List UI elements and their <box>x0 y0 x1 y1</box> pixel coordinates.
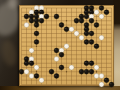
black-stone-0-16 <box>99 6 104 11</box>
white-stone-4-1 <box>24 23 29 28</box>
white-stone-5-10 <box>69 27 74 32</box>
black-stone-13-2 <box>29 61 34 66</box>
black-stone-16-7 <box>54 74 59 79</box>
white-stone-15-1 <box>24 69 29 74</box>
stone-highlight <box>90 19 91 20</box>
white-stone-2-16 <box>99 14 104 19</box>
stone-highlight <box>80 36 81 37</box>
white-stone-6-11 <box>74 31 79 36</box>
stone-highlight <box>30 49 31 50</box>
star-point <box>36 46 37 47</box>
stone-highlight <box>35 41 36 42</box>
stone-highlight <box>30 62 31 63</box>
stone-highlight <box>40 79 41 80</box>
white-stone-16-15 <box>94 74 99 79</box>
stone-highlight <box>105 11 106 12</box>
black-stone-17-17 <box>104 78 109 83</box>
stone-highlight <box>90 11 91 12</box>
white-stone-16-2 <box>29 74 34 79</box>
black-stone-15-0 <box>19 69 24 74</box>
stone-highlight <box>85 41 86 42</box>
stone-highlight <box>35 32 36 33</box>
stone-highlight <box>55 75 56 76</box>
star-point <box>36 71 37 72</box>
board-grid-and-stones[interactable] <box>0 0 120 90</box>
stone-highlight <box>60 66 61 67</box>
stone-highlight <box>90 62 91 63</box>
black-stone-8-14 <box>89 40 94 45</box>
stone-highlight <box>65 45 66 46</box>
stone-highlight <box>85 7 86 8</box>
stone-highlight <box>95 24 96 25</box>
stone-highlight <box>50 70 51 71</box>
black-stone-3-2 <box>29 18 34 23</box>
stone-highlight <box>85 32 86 33</box>
black-stone-15-6 <box>49 69 54 74</box>
stone-highlight <box>55 15 56 16</box>
stone-highlight <box>70 66 71 67</box>
stone-highlight <box>30 75 31 76</box>
black-stone-3-11 <box>74 18 79 23</box>
stone-highlight <box>35 75 36 76</box>
stone-highlight <box>55 49 56 50</box>
stone-highlight <box>65 28 66 29</box>
black-stone-9-15 <box>94 44 99 49</box>
stone-highlight <box>25 58 26 59</box>
black-stone-16-3 <box>34 74 39 79</box>
black-stone-6-3 <box>34 31 39 36</box>
stone-highlight <box>90 70 91 71</box>
stone-highlight <box>60 24 61 25</box>
stone-highlight <box>90 7 91 8</box>
black-stone-18-18 <box>109 82 114 87</box>
black-stone-2-7 <box>54 14 59 19</box>
stone-highlight <box>110 83 111 84</box>
game-screenshot <box>0 0 120 90</box>
black-stone-11-8 <box>59 52 64 57</box>
stone-highlight <box>40 19 41 20</box>
black-stone-4-15 <box>94 23 99 28</box>
stone-highlight <box>25 24 26 25</box>
stone-highlight <box>85 28 86 29</box>
stone-highlight <box>85 70 86 71</box>
black-stone-6-14 <box>89 31 94 36</box>
stone-highlight <box>75 19 76 20</box>
black-stone-3-12 <box>79 18 84 23</box>
stone-highlight <box>40 7 41 8</box>
stone-highlight <box>30 58 31 59</box>
stone-highlight <box>45 15 46 16</box>
stone-highlight <box>90 15 91 16</box>
black-stone-8-13 <box>84 40 89 45</box>
stone-highlight <box>30 19 31 20</box>
white-stone-7-12 <box>79 35 84 40</box>
white-stone-10-2 <box>29 48 34 53</box>
stone-highlight <box>85 11 86 12</box>
white-stone-14-15 <box>94 65 99 70</box>
black-stone-13-14 <box>89 61 94 66</box>
stone-highlight <box>55 58 56 59</box>
white-stone-17-4 <box>39 78 44 83</box>
stone-highlight <box>35 19 36 20</box>
black-stone-2-5 <box>44 14 49 19</box>
stone-highlight <box>35 66 36 67</box>
black-stone-15-13 <box>84 69 89 74</box>
stone-highlight <box>35 7 36 8</box>
black-stone-1-17 <box>104 10 109 15</box>
stone-highlight <box>95 75 96 76</box>
stone-highlight <box>100 83 101 84</box>
star-point <box>66 71 67 72</box>
black-stone-4-8 <box>59 23 64 28</box>
white-stone-7-16 <box>99 35 104 40</box>
stone-highlight <box>60 53 61 54</box>
black-stone-10-7 <box>54 48 59 53</box>
stone-highlight <box>80 19 81 20</box>
stone-highlight <box>90 41 91 42</box>
stone-highlight <box>25 62 26 63</box>
star-point <box>96 71 97 72</box>
stone-highlight <box>40 15 41 16</box>
stone-highlight <box>25 15 26 16</box>
white-stone-16-16 <box>99 74 104 79</box>
white-stone-1-15 <box>94 10 99 15</box>
white-stone-12-7 <box>54 57 59 62</box>
stone-highlight <box>35 24 36 25</box>
stone-highlight <box>100 15 101 16</box>
black-stone-3-14 <box>89 18 94 23</box>
black-stone-6-13 <box>84 31 89 36</box>
stone-highlight <box>60 49 61 50</box>
stone-highlight <box>100 36 101 37</box>
stone-highlight <box>70 28 71 29</box>
black-stone-2-1 <box>24 14 29 19</box>
stone-highlight <box>85 15 86 16</box>
black-stone-4-3 <box>34 23 39 28</box>
stone-highlight <box>80 70 81 71</box>
stone-highlight <box>95 66 96 67</box>
black-stone-13-13 <box>84 61 89 66</box>
star-point <box>66 20 67 21</box>
stone-highlight <box>100 75 101 76</box>
black-stone-15-12 <box>79 69 84 74</box>
stone-highlight <box>95 11 96 12</box>
stone-highlight <box>90 32 91 33</box>
white-stone-14-10 <box>69 65 74 70</box>
stone-highlight <box>105 79 106 80</box>
black-stone-14-8 <box>59 65 64 70</box>
white-stone-9-9 <box>64 44 69 49</box>
stone-highlight <box>80 15 81 16</box>
stone-highlight <box>20 70 21 71</box>
stone-highlight <box>35 15 36 16</box>
stone-highlight <box>95 45 96 46</box>
black-stone-8-3 <box>34 40 39 45</box>
stone-highlight <box>40 11 41 12</box>
black-stone-5-9 <box>64 27 69 32</box>
stone-highlight <box>100 7 101 8</box>
stone-highlight <box>30 11 31 12</box>
black-stone-3-4 <box>39 18 44 23</box>
stone-highlight <box>85 24 86 25</box>
black-stone-15-14 <box>89 69 94 74</box>
stone-highlight <box>75 32 76 33</box>
black-stone-2-13 <box>84 14 89 19</box>
stone-highlight <box>30 15 31 16</box>
star-point <box>96 20 97 21</box>
white-stone-18-16 <box>99 82 104 87</box>
white-stone-14-3 <box>34 65 39 70</box>
stone-highlight <box>25 70 26 71</box>
stone-highlight <box>85 62 86 63</box>
black-stone-13-1 <box>24 61 29 66</box>
stone-highlight <box>35 11 36 12</box>
